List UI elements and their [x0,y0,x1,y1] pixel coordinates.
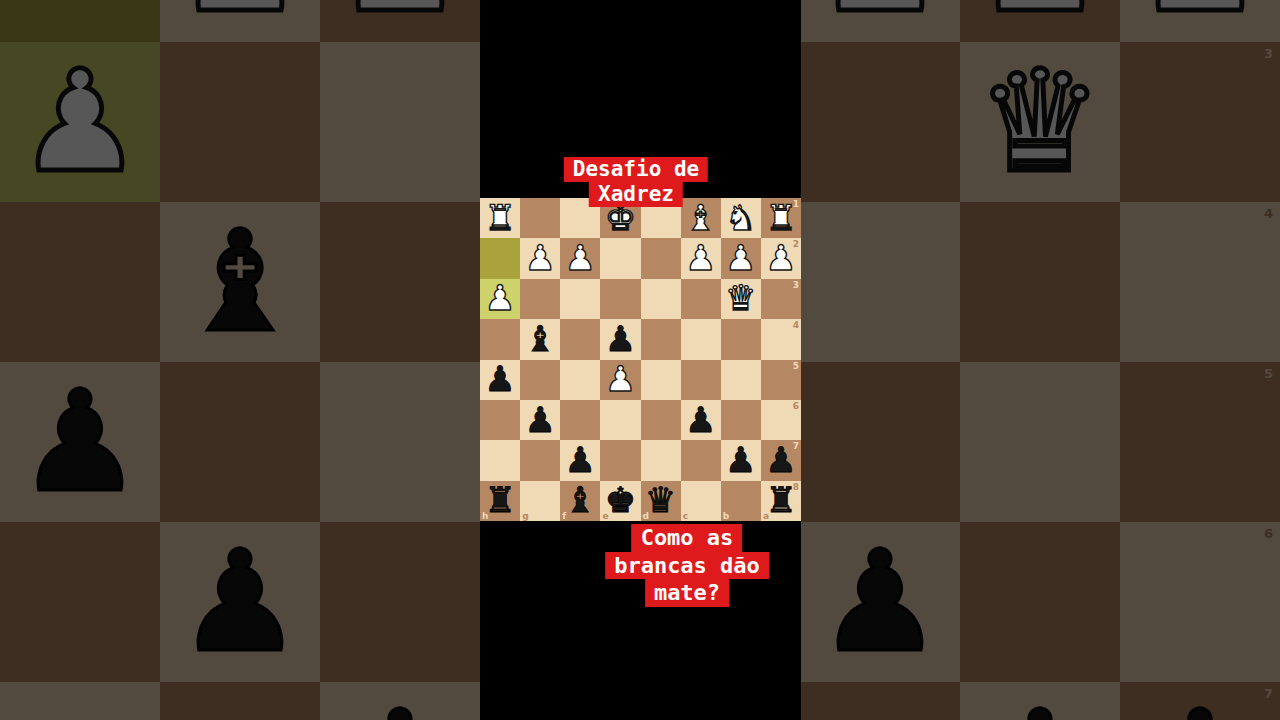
square-e5[interactable]: ♟ [600,360,640,400]
black-bishop-icon: ♝ [524,322,555,357]
video-frame: ♜♚♝♞♜1♟♟♟♟♟2♟♛3♝♟4♟♟5♟♟6♟♟♟7♜♝♚♛♜8 ♜♚♝♞♜… [0,0,1280,720]
square-g4[interactable]: ♝ [520,319,560,359]
square-d2[interactable] [641,238,681,278]
question-line-3: mate? [645,579,729,607]
white-queen-icon: ♛ [725,281,756,316]
square-a2[interactable]: ♟2 [761,238,801,278]
square-h2[interactable] [480,238,520,278]
square-a5[interactable]: 5 [761,360,801,400]
chessboard: ♜♚♝♞♜1♟♟♟♟♟2♟♛3♝♟4♟♟5♟♟6♟♟♟7♜hg♝f♚e♛dcb♜… [480,198,801,521]
square-f4[interactable] [560,319,600,359]
file-label-a: a [763,511,769,521]
rank-label-8: 8 [793,482,799,492]
square-c4[interactable] [681,319,721,359]
file-label-e: e [602,511,608,521]
file-label-d: d [643,511,649,521]
black-pawn-icon: ♟ [484,362,515,397]
black-pawn-icon: ♟ [725,443,756,478]
black-pawn-icon: ♟ [524,403,555,438]
square-f6[interactable] [560,400,600,440]
square-f8[interactable]: ♝f [560,481,600,521]
square-c5[interactable] [681,360,721,400]
square-e4[interactable]: ♟ [600,319,640,359]
square-d4[interactable] [641,319,681,359]
rank-label-3: 3 [793,280,799,290]
black-pawn-icon: ♟ [565,443,596,478]
file-label-g: g [522,511,528,521]
white-pawn-icon: ♟ [565,241,596,276]
rank-label-5: 5 [793,361,799,371]
rank-label-6: 6 [793,401,799,411]
question-line-1: Como as [632,524,743,552]
white-pawn-icon: ♟ [685,241,716,276]
black-queen-icon: ♛ [645,483,676,518]
square-f2[interactable]: ♟ [560,238,600,278]
white-pawn-icon: ♟ [524,241,555,276]
challenge-title-line-1: Desafio de [564,157,708,182]
square-b8[interactable]: b [721,481,761,521]
file-label-f: f [562,511,566,521]
challenge-title: Desafio de Xadrez [564,157,708,207]
rank-label-1: 1 [793,199,799,209]
square-f3[interactable] [560,279,600,319]
square-e3[interactable] [600,279,640,319]
question-caption: Como as brancas dão mate? [605,524,769,607]
file-label-c: c [683,511,688,521]
file-label-b: b [723,511,729,521]
square-b5[interactable] [721,360,761,400]
square-c2[interactable]: ♟ [681,238,721,278]
question-line-2: brancas dão [605,552,769,580]
square-e7[interactable] [600,440,640,480]
black-king-icon: ♚ [605,483,636,518]
black-bishop-icon: ♝ [565,483,596,518]
rank-label-7: 7 [793,441,799,451]
square-a4[interactable]: 4 [761,319,801,359]
square-f5[interactable] [560,360,600,400]
square-b3[interactable]: ♛ [721,279,761,319]
square-d7[interactable] [641,440,681,480]
square-c8[interactable]: c [681,481,721,521]
square-b7[interactable]: ♟ [721,440,761,480]
black-pawn-icon: ♟ [605,322,636,357]
square-e6[interactable] [600,400,640,440]
square-b2[interactable]: ♟ [721,238,761,278]
black-pawn-icon: ♟ [685,403,716,438]
square-g1[interactable] [520,198,560,238]
square-a7[interactable]: ♟7 [761,440,801,480]
square-b4[interactable] [721,319,761,359]
square-h7[interactable] [480,440,520,480]
white-knight-icon: ♞ [725,201,756,236]
square-d3[interactable] [641,279,681,319]
square-g6[interactable]: ♟ [520,400,560,440]
white-pawn-icon: ♟ [725,241,756,276]
white-pawn-icon: ♟ [484,281,515,316]
square-c7[interactable] [681,440,721,480]
challenge-title-line-2: Xadrez [589,182,683,207]
file-label-h: h [482,511,488,521]
black-rook-icon: ♜ [484,483,515,518]
square-a1[interactable]: ♜1 [761,198,801,238]
square-c6[interactable]: ♟ [681,400,721,440]
square-h3[interactable]: ♟ [480,279,520,319]
square-g2[interactable]: ♟ [520,238,560,278]
square-a6[interactable]: 6 [761,400,801,440]
white-rook-icon: ♜ [484,201,515,236]
white-pawn-icon: ♟ [605,362,636,397]
square-a3[interactable]: 3 [761,279,801,319]
square-h5[interactable]: ♟ [480,360,520,400]
square-c3[interactable] [681,279,721,319]
square-h8[interactable]: ♜h [480,481,520,521]
square-h1[interactable]: ♜ [480,198,520,238]
square-f7[interactable]: ♟ [560,440,600,480]
square-d5[interactable] [641,360,681,400]
square-g3[interactable] [520,279,560,319]
square-h6[interactable] [480,400,520,440]
square-e2[interactable] [600,238,640,278]
square-d8[interactable]: ♛d [641,481,681,521]
square-h4[interactable] [480,319,520,359]
square-g8[interactable]: g [520,481,560,521]
square-g7[interactable] [520,440,560,480]
square-a8[interactable]: ♜8a [761,481,801,521]
rank-label-4: 4 [793,320,799,330]
square-g5[interactable] [520,360,560,400]
rank-label-2: 2 [793,239,799,249]
square-b1[interactable]: ♞ [721,198,761,238]
square-d6[interactable] [641,400,681,440]
square-b6[interactable] [721,400,761,440]
square-e8[interactable]: ♚e [600,481,640,521]
